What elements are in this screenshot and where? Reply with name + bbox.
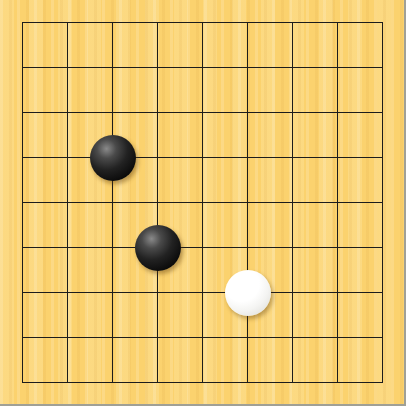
black-stone-D4 xyxy=(135,225,181,271)
go-board[interactable] xyxy=(0,0,406,406)
white-stone-F3 xyxy=(225,270,271,316)
stones-layer xyxy=(0,0,405,405)
black-stone-C6 xyxy=(90,135,136,181)
